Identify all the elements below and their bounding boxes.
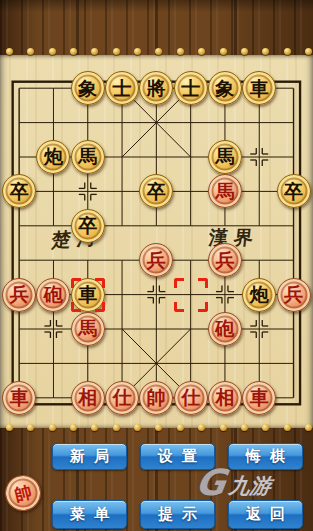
top-wood-shade (0, 0, 313, 30)
piece-black-cannon[interactable]: 炮 (242, 278, 276, 312)
gold-stud (113, 48, 120, 55)
gold-stud (155, 424, 162, 431)
undo-button[interactable]: 悔棋 (228, 443, 303, 470)
red-turn-badge: 帥 (1, 471, 45, 515)
piece-red-chariot[interactable]: 車 (242, 381, 276, 415)
piece-black-advisor[interactable]: 士 (174, 71, 208, 105)
gold-stud (198, 48, 205, 55)
piece-black-chariot[interactable]: 車 (71, 278, 105, 312)
gold-stud (220, 424, 227, 431)
gold-stud (134, 48, 141, 55)
piece-black-soldier[interactable]: 卒 (277, 174, 311, 208)
piece-black-elephant[interactable]: 象 (208, 71, 242, 105)
piece-red-advisor[interactable]: 仕 (105, 381, 139, 415)
gold-stud (134, 424, 141, 431)
gold-stud (177, 48, 184, 55)
gold-stud (91, 424, 98, 431)
settings-button[interactable]: 设置 (140, 443, 215, 470)
gold-stud (241, 424, 248, 431)
piece-red-elephant[interactable]: 相 (208, 381, 242, 415)
control-buttons: 新局 设置 悔棋 菜单 提示 返回 (52, 443, 303, 529)
gold-stud (198, 424, 205, 431)
gold-stud (27, 424, 34, 431)
gold-stud (113, 424, 120, 431)
piece-red-chariot[interactable]: 車 (2, 381, 36, 415)
xiangqi-board[interactable]: 象士將士象車炮馬馬卒卒馬卒卒兵兵兵砲車炮兵馬砲車相仕帥仕相車 (2, 71, 311, 415)
piece-black-soldier[interactable]: 卒 (71, 209, 105, 243)
back-button[interactable]: 返回 (228, 500, 303, 529)
gold-stud (155, 48, 162, 55)
new-game-button[interactable]: 新局 (52, 443, 127, 470)
piece-black-horse[interactable]: 馬 (71, 140, 105, 174)
piece-black-horse[interactable]: 馬 (208, 140, 242, 174)
piece-red-general[interactable]: 帥 (139, 381, 173, 415)
gold-stud (220, 48, 227, 55)
gold-stud (6, 424, 13, 431)
gold-stud (91, 48, 98, 55)
hint-button[interactable]: 提示 (140, 500, 215, 529)
piece-red-soldier[interactable]: 兵 (2, 278, 36, 312)
gold-stud (49, 48, 56, 55)
piece-red-advisor[interactable]: 仕 (174, 381, 208, 415)
gold-stud (241, 48, 248, 55)
piece-black-advisor[interactable]: 士 (105, 71, 139, 105)
gold-stud (49, 424, 56, 431)
gold-stud (70, 424, 77, 431)
piece-red-elephant[interactable]: 相 (71, 381, 105, 415)
gold-stud (284, 424, 291, 431)
gold-stud (27, 48, 34, 55)
gold-stud (284, 48, 291, 55)
piece-red-soldier[interactable]: 兵 (208, 243, 242, 277)
piece-red-soldier[interactable]: 兵 (277, 278, 311, 312)
gold-stud (177, 424, 184, 431)
board-panel: 象士將士象車炮馬馬卒卒馬卒卒兵兵兵砲車炮兵馬砲車相仕帥仕相車 楚河 漢界 (0, 55, 313, 428)
gold-stud (70, 48, 77, 55)
piece-red-cannon[interactable]: 砲 (36, 278, 70, 312)
gold-stud (262, 424, 269, 431)
gold-stud (6, 48, 13, 55)
gold-stud (305, 424, 312, 431)
menu-button[interactable]: 菜单 (52, 500, 127, 529)
gold-stud (305, 48, 312, 55)
piece-red-horse[interactable]: 馬 (71, 312, 105, 346)
piece-red-cannon[interactable]: 砲 (208, 312, 242, 346)
gold-stud (262, 48, 269, 55)
xiangqi-app: 象士將士象車炮馬馬卒卒馬卒卒兵兵兵砲車炮兵馬砲車相仕帥仕相車 楚河 漢界 帥 新… (0, 0, 313, 531)
piece-black-elephant[interactable]: 象 (71, 71, 105, 105)
